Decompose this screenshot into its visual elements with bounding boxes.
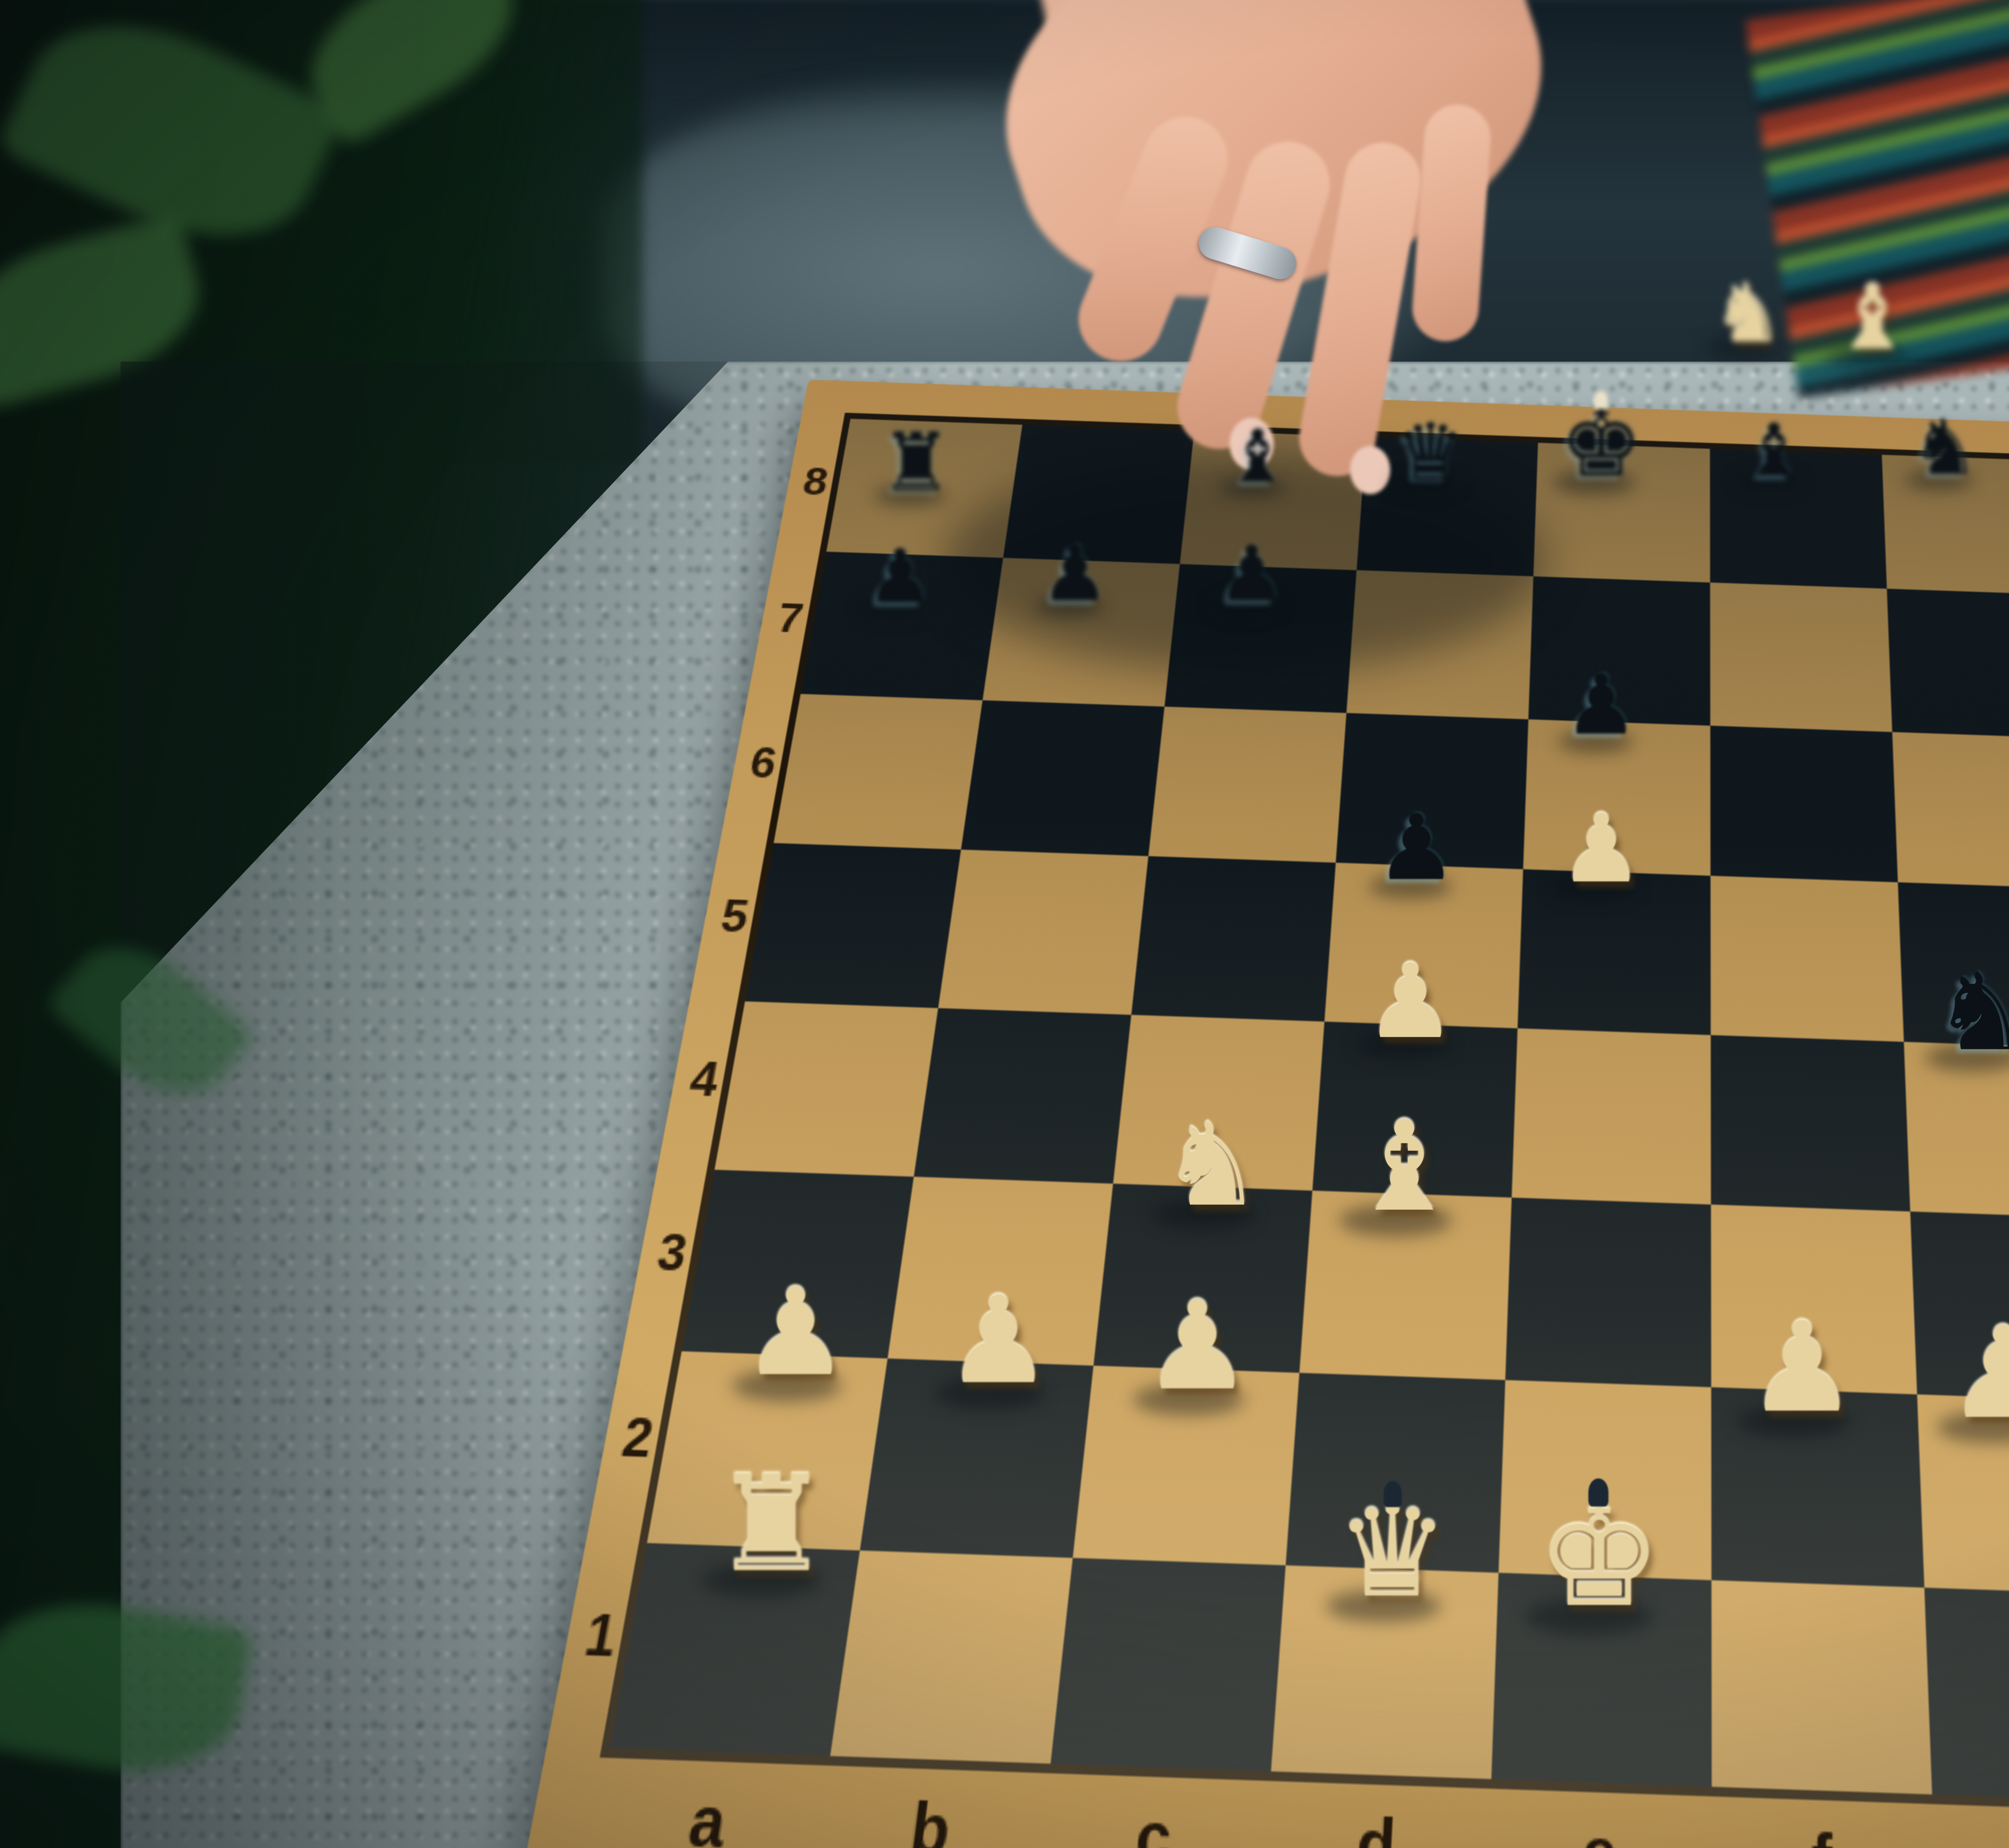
white-pawn-b2[interactable]: ♟ — [945, 1282, 1053, 1402]
black-knight-g8[interactable]: ♞ — [1911, 409, 1979, 486]
white-queen-d1[interactable]: ♛ — [1336, 1489, 1449, 1616]
piece-glyph: ♟ — [742, 1274, 850, 1394]
white-pawn-a2[interactable]: ♟ — [742, 1274, 850, 1394]
piece-glyph: ♟ — [1365, 951, 1457, 1053]
piece-glyph: ♟ — [1746, 1306, 1858, 1431]
white-pawn-d4[interactable]: ♟ — [1365, 951, 1457, 1053]
photo-viewport: abcdefgh 12345678 ♜♝♛♚♝♞♟♟♟♜♟♟♟♟♞♞♝♟♟♟♟♟… — [0, 0, 2009, 1848]
white-pawn-g2[interactable]: ♟ — [1946, 1310, 2009, 1437]
black-queen-d8[interactable]: ♛ — [1396, 413, 1465, 490]
scene-stage: abcdefgh 12345678 ♜♝♛♚♝♞♟♟♟♜♟♟♟♟♞♞♝♟♟♟♟♟… — [0, 0, 2009, 1848]
white-pawn-c2[interactable]: ♟ — [1142, 1286, 1252, 1408]
piece-glyph: ♝ — [1225, 421, 1290, 493]
piece-glyph: ♟ — [945, 1282, 1053, 1402]
white-king-e1[interactable]: ♚ — [1536, 1486, 1662, 1627]
black-bishop-c8[interactable]: ♝ — [1225, 421, 1290, 493]
white-pawn-f2[interactable]: ♟ — [1746, 1306, 1858, 1431]
white-pawn-e5[interactable]: ♟ — [1559, 801, 1644, 895]
black-pawn-e6[interactable]: ♟ — [1564, 665, 1638, 748]
black-pawn-b7[interactable]: ♟ — [1041, 536, 1109, 612]
piece-glyph: ♞ — [1933, 959, 2009, 1065]
piece-glyph: ♟ — [1376, 803, 1457, 893]
black-bishop-f8[interactable]: ♝ — [1741, 415, 1806, 487]
piece-glyph: ♚ — [1560, 397, 1643, 489]
piece-glyph: ♛ — [1336, 1489, 1449, 1616]
piece-glyph: ♝ — [1348, 1105, 1460, 1230]
piece-glyph: ♛ — [1396, 413, 1465, 490]
captured-white-bishop[interactable]: ♝ — [1833, 274, 1912, 362]
piece-glyph: ♞ — [1160, 1108, 1263, 1223]
piece-glyph: ♞ — [1911, 409, 1979, 486]
piece-glyph: ♟ — [1564, 665, 1638, 748]
black-king-e8[interactable]: ♚ — [1560, 397, 1643, 489]
piece-glyph: ♜ — [880, 422, 952, 502]
piece-glyph: ♝ — [1741, 415, 1806, 487]
piece-glyph: ♝ — [1833, 274, 1912, 362]
white-bishop-d3[interactable]: ♝ — [1348, 1105, 1460, 1230]
piece-glyph: ♟ — [867, 540, 933, 614]
white-knight-c3[interactable]: ♞ — [1160, 1108, 1263, 1223]
piece-glyph: ♟ — [1559, 801, 1644, 895]
piece-finial-tip — [1595, 391, 1608, 410]
black-pawn-a7[interactable]: ♟ — [867, 540, 933, 614]
black-rook-a8[interactable]: ♜ — [880, 422, 952, 502]
piece-finial-tip — [1383, 1482, 1401, 1507]
black-knight-g4[interactable]: ♞ — [1933, 959, 2009, 1065]
piece-glyph: ♚ — [1536, 1486, 1662, 1627]
piece-glyph: ♟ — [1142, 1286, 1252, 1408]
piece-glyph: ♞ — [1712, 273, 1784, 354]
piece-glyph: ♟ — [1041, 536, 1109, 612]
piece-glyph: ♜ — [712, 1458, 831, 1590]
piece-glyph: ♟ — [1217, 536, 1286, 612]
piece-layer: ♜♝♛♚♝♞♟♟♟♜♟♟♟♟♞♞♝♟♟♟♟♟♟♜♛♚♜♞♝ — [0, 0, 2009, 1848]
white-rook-a1[interactable]: ♜ — [712, 1458, 831, 1590]
fingernail — [1350, 446, 1390, 494]
piece-glyph: ♟ — [1946, 1310, 2009, 1437]
captured-white-knight[interactable]: ♞ — [1712, 273, 1784, 354]
black-pawn-d5[interactable]: ♟ — [1376, 803, 1457, 893]
black-pawn-c7[interactable]: ♟ — [1217, 536, 1286, 612]
